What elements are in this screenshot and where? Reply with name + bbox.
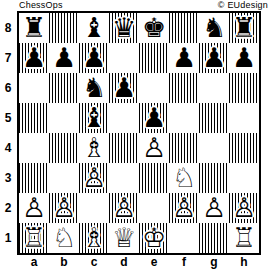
piece-white-pawn: ♙ [82,163,106,193]
file-label-g: g [199,255,229,269]
square-h8[interactable]: ♜ [229,13,259,43]
piece-white-rook: ♖ [232,223,256,253]
square-f6[interactable] [169,73,199,103]
file-label-f: f [169,255,199,269]
file-label-e: e [139,255,169,269]
piece-white-pawn: ♙ [172,193,196,223]
copyright-text: © EUdesign [218,0,268,11]
rank-label-2: 2 [0,193,16,223]
square-b5[interactable] [49,103,79,133]
piece-white-bishop: ♗ [82,223,106,253]
square-g2[interactable]: ♙ [199,193,229,223]
square-f7[interactable]: ♟ [169,43,199,73]
square-h5[interactable] [229,103,259,133]
square-f8[interactable] [169,13,199,43]
rank-label-5: 5 [0,103,16,133]
square-a1[interactable]: ♖ [19,223,49,253]
square-d2[interactable]: ♙ [109,193,139,223]
square-g8[interactable]: ♞ [199,13,229,43]
rank-label-6: 6 [0,73,16,103]
square-h6[interactable] [229,73,259,103]
square-b4[interactable] [49,133,79,163]
file-label-b: b [49,255,79,269]
piece-black-queen: ♛ [112,13,136,43]
rank-label-3: 3 [0,163,16,193]
piece-black-pawn: ♟ [202,43,226,73]
piece-black-pawn: ♟ [52,43,76,73]
piece-black-king: ♚ [142,13,166,43]
square-h4[interactable] [229,133,259,163]
square-b6[interactable] [49,73,79,103]
piece-black-bishop: ♝ [82,103,106,133]
file-label-c: c [79,255,109,269]
square-d1[interactable]: ♕ [109,223,139,253]
piece-black-pawn: ♟ [22,43,46,73]
square-e2[interactable] [139,193,169,223]
square-d4[interactable] [109,133,139,163]
square-a7[interactable]: ♟ [19,43,49,73]
square-d5[interactable] [109,103,139,133]
square-g4[interactable] [199,133,229,163]
app-title: ChessOps [19,0,63,11]
square-e6[interactable] [139,73,169,103]
piece-white-pawn: ♙ [22,193,46,223]
piece-white-bishop: ♗ [82,133,106,163]
square-a6[interactable] [19,73,49,103]
piece-black-rook: ♜ [232,13,256,43]
square-d7[interactable] [109,43,139,73]
piece-white-king: ♔ [142,223,166,253]
piece-white-pawn: ♙ [142,133,166,163]
square-e8[interactable]: ♚ [139,13,169,43]
square-f1[interactable] [169,223,199,253]
square-e5[interactable]: ♟ [139,103,169,133]
square-g7[interactable]: ♟ [199,43,229,73]
square-a3[interactable] [19,163,49,193]
chess-diagram: ChessOps © EUdesign 87654321 ♜♝♛♚♞♜♟♟♟♟♟… [0,0,270,270]
square-c1[interactable]: ♗ [79,223,109,253]
piece-white-pawn: ♙ [112,193,136,223]
square-h2[interactable]: ♙ [229,193,259,223]
square-c8[interactable]: ♝ [79,13,109,43]
square-d3[interactable] [109,163,139,193]
square-e7[interactable] [139,43,169,73]
piece-black-bishop: ♝ [82,13,106,43]
square-e3[interactable] [139,163,169,193]
piece-black-pawn: ♟ [142,103,166,133]
rank-label-1: 1 [0,223,16,253]
rank-label-4: 4 [0,133,16,163]
square-d6[interactable]: ♟ [109,73,139,103]
square-e1[interactable]: ♔ [139,223,169,253]
square-a4[interactable] [19,133,49,163]
file-labels: abcdefgh [19,255,259,269]
square-a8[interactable]: ♜ [19,13,49,43]
square-h3[interactable] [229,163,259,193]
piece-black-pawn: ♟ [82,43,106,73]
piece-white-pawn: ♙ [202,193,226,223]
square-f2[interactable]: ♙ [169,193,199,223]
square-b7[interactable]: ♟ [49,43,79,73]
square-a2[interactable]: ♙ [19,193,49,223]
square-f5[interactable] [169,103,199,133]
square-c3[interactable]: ♙ [79,163,109,193]
rank-label-7: 7 [0,43,16,73]
square-g6[interactable] [199,73,229,103]
square-d8[interactable]: ♛ [109,13,139,43]
square-c4[interactable]: ♗ [79,133,109,163]
piece-black-pawn: ♟ [232,43,256,73]
file-label-h: h [229,255,259,269]
square-g1[interactable] [199,223,229,253]
square-b2[interactable]: ♙ [49,193,79,223]
piece-white-rook: ♖ [22,223,46,253]
square-a5[interactable] [19,103,49,133]
piece-black-pawn: ♟ [112,73,136,103]
square-g3[interactable] [199,163,229,193]
piece-white-knight: ♘ [172,163,196,193]
piece-black-rook: ♜ [22,13,46,43]
square-f3[interactable]: ♘ [169,163,199,193]
square-h1[interactable]: ♖ [229,223,259,253]
piece-black-pawn: ♟ [172,43,196,73]
file-label-a: a [19,255,49,269]
chess-board[interactable]: ♜♝♛♚♞♜♟♟♟♟♟♟♞♟♝♟♗♙♙♘♙♙♙♙♙♙♖♘♗♕♔♖ [17,11,261,255]
square-b8[interactable] [49,13,79,43]
square-f4[interactable] [169,133,199,163]
square-c5[interactable]: ♝ [79,103,109,133]
square-c2[interactable] [79,193,109,223]
square-c7[interactable]: ♟ [79,43,109,73]
square-c6[interactable]: ♞ [79,73,109,103]
rank-labels: 87654321 [0,13,16,253]
file-label-d: d [109,255,139,269]
square-e4[interactable]: ♙ [139,133,169,163]
piece-white-knight: ♘ [52,223,76,253]
piece-white-pawn: ♙ [52,193,76,223]
piece-white-pawn: ♙ [232,193,256,223]
piece-black-knight: ♞ [202,13,226,43]
square-b3[interactable] [49,163,79,193]
rank-label-8: 8 [0,13,16,43]
square-g5[interactable] [199,103,229,133]
square-h7[interactable]: ♟ [229,43,259,73]
piece-white-queen: ♕ [112,223,136,253]
square-b1[interactable]: ♘ [49,223,79,253]
piece-black-knight: ♞ [82,73,106,103]
